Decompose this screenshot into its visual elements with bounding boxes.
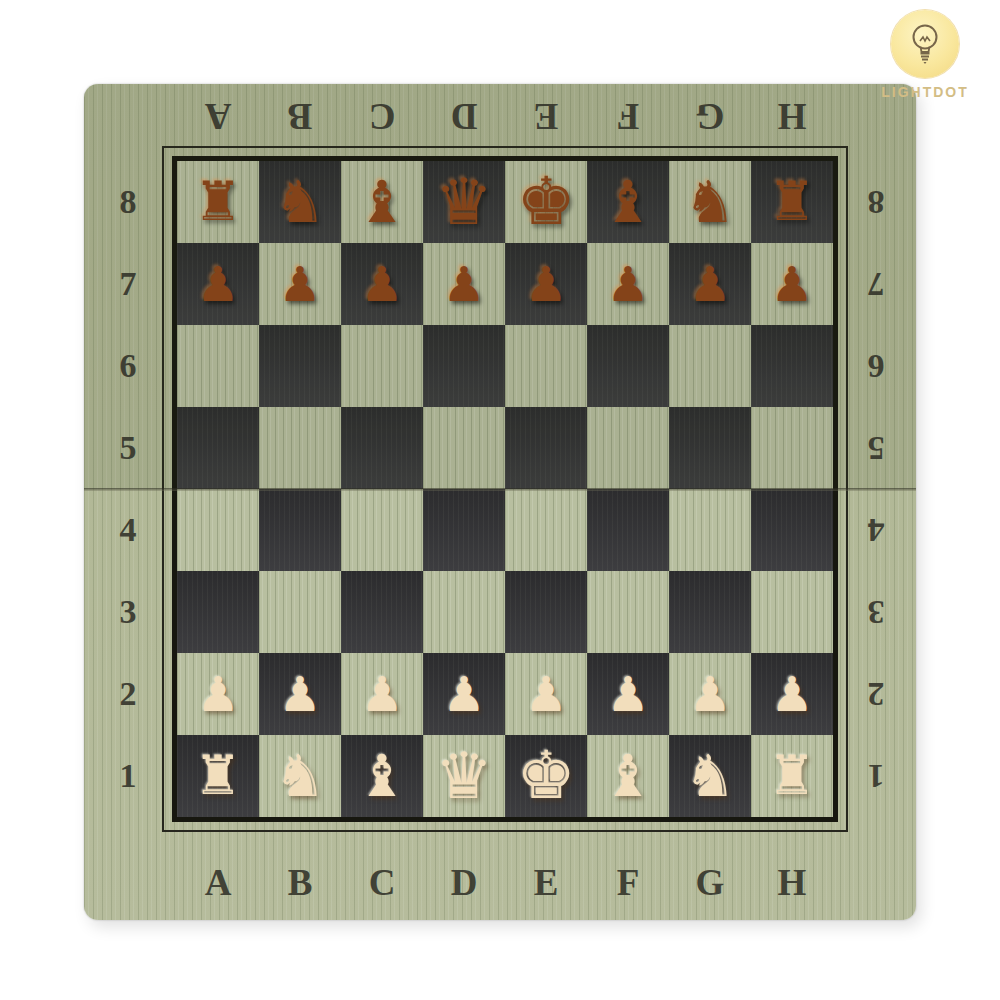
dark-pawn-d7[interactable]: ♟ — [442, 260, 485, 308]
file-label-bottom-e: E — [505, 856, 587, 908]
light-pawn-e2[interactable]: ♟ — [524, 670, 567, 718]
square-b1[interactable]: ♞ — [259, 735, 341, 817]
light-bishop-c1[interactable]: ♝ — [356, 747, 408, 805]
dark-pawn-c7[interactable]: ♟ — [360, 260, 403, 308]
square-h7[interactable]: ♟ — [751, 243, 833, 325]
square-c5[interactable] — [341, 407, 423, 489]
light-pawn-b2[interactable]: ♟ — [278, 670, 321, 718]
square-c3[interactable] — [341, 571, 423, 653]
square-f1[interactable]: ♝ — [587, 735, 669, 817]
dark-rook-a8[interactable]: ♜ — [194, 175, 242, 229]
square-d5[interactable] — [423, 407, 505, 489]
square-a4[interactable] — [177, 489, 259, 571]
rank-label-right-1: 1 — [854, 735, 898, 817]
light-king-e1[interactable]: ♚ — [516, 743, 575, 809]
dark-pawn-a7[interactable]: ♟ — [196, 260, 239, 308]
square-c7[interactable]: ♟ — [341, 243, 423, 325]
square-g6[interactable] — [669, 325, 751, 407]
light-bishop-f1[interactable]: ♝ — [602, 747, 654, 805]
square-h2[interactable]: ♟ — [751, 653, 833, 735]
light-bulb-icon — [891, 10, 959, 78]
square-f2[interactable]: ♟ — [587, 653, 669, 735]
dark-pawn-e7[interactable]: ♟ — [524, 260, 567, 308]
square-g4[interactable] — [669, 489, 751, 571]
square-d1[interactable]: ♛ — [423, 735, 505, 817]
rank-label-left-3: 3 — [106, 571, 150, 653]
dark-bishop-c8[interactable]: ♝ — [356, 173, 408, 231]
square-c4[interactable] — [341, 489, 423, 571]
light-rook-h1[interactable]: ♜ — [768, 749, 816, 803]
brand-name: LIGHTDOT — [860, 84, 990, 100]
dark-pawn-h7[interactable]: ♟ — [770, 260, 813, 308]
square-d8[interactable]: ♛ — [423, 161, 505, 243]
square-b4[interactable] — [259, 489, 341, 571]
dark-pawn-b7[interactable]: ♟ — [278, 260, 321, 308]
square-b6[interactable] — [259, 325, 341, 407]
square-f8[interactable]: ♝ — [587, 161, 669, 243]
light-rook-a1[interactable]: ♜ — [194, 749, 242, 803]
file-label-top-a: A — [177, 94, 259, 140]
dark-pawn-f7[interactable]: ♟ — [606, 260, 649, 308]
square-c1[interactable]: ♝ — [341, 735, 423, 817]
square-d3[interactable] — [423, 571, 505, 653]
file-label-bottom-h: H — [751, 856, 833, 908]
square-g5[interactable] — [669, 407, 751, 489]
square-d4[interactable] — [423, 489, 505, 571]
file-label-top-e: E — [505, 94, 587, 140]
square-f7[interactable]: ♟ — [587, 243, 669, 325]
file-label-bottom-g: G — [669, 856, 751, 908]
square-g8[interactable]: ♞ — [669, 161, 751, 243]
rank-label-left-1: 1 — [106, 735, 150, 817]
square-e6[interactable] — [505, 325, 587, 407]
square-e7[interactable]: ♟ — [505, 243, 587, 325]
square-a7[interactable]: ♟ — [177, 243, 259, 325]
square-e3[interactable] — [505, 571, 587, 653]
product-photo: LIGHTDOT ABCDEFGH 87654321 87654321 ABCD… — [0, 0, 1000, 1000]
square-c8[interactable]: ♝ — [341, 161, 423, 243]
square-b8[interactable]: ♞ — [259, 161, 341, 243]
square-h1[interactable]: ♜ — [751, 735, 833, 817]
light-pawn-c2[interactable]: ♟ — [360, 670, 403, 718]
square-d6[interactable] — [423, 325, 505, 407]
square-c2[interactable]: ♟ — [341, 653, 423, 735]
file-label-top-g: G — [669, 94, 751, 140]
rank-label-right-2: 2 — [854, 653, 898, 735]
file-label-top-c: C — [341, 94, 423, 140]
rank-label-left-2: 2 — [106, 653, 150, 735]
rank-label-right-6: 6 — [854, 325, 898, 407]
file-label-bottom-f: F — [587, 856, 669, 908]
light-pawn-f2[interactable]: ♟ — [606, 670, 649, 718]
square-a3[interactable] — [177, 571, 259, 653]
square-h3[interactable] — [751, 571, 833, 653]
rank-labels-right: 87654321 — [854, 161, 898, 817]
rank-label-right-7: 7 — [854, 243, 898, 325]
square-b7[interactable]: ♟ — [259, 243, 341, 325]
light-pawn-g2[interactable]: ♟ — [688, 670, 731, 718]
square-h6[interactable] — [751, 325, 833, 407]
square-f3[interactable] — [587, 571, 669, 653]
square-h4[interactable] — [751, 489, 833, 571]
square-g7[interactable]: ♟ — [669, 243, 751, 325]
square-e2[interactable]: ♟ — [505, 653, 587, 735]
rank-label-right-3: 3 — [854, 571, 898, 653]
square-b5[interactable] — [259, 407, 341, 489]
square-h5[interactable] — [751, 407, 833, 489]
square-g3[interactable] — [669, 571, 751, 653]
rank-label-left-4: 4 — [106, 489, 150, 571]
dark-bishop-f8[interactable]: ♝ — [602, 173, 654, 231]
light-queen-d1[interactable]: ♛ — [435, 744, 492, 808]
brand-logo: LIGHTDOT — [860, 8, 990, 100]
square-a2[interactable]: ♟ — [177, 653, 259, 735]
dark-rook-h8[interactable]: ♜ — [768, 175, 816, 229]
file-labels-bottom: ABCDEFGH — [177, 856, 833, 908]
square-e4[interactable] — [505, 489, 587, 571]
file-label-top-h: H — [751, 94, 833, 140]
rank-label-left-7: 7 — [106, 243, 150, 325]
file-label-bottom-d: D — [423, 856, 505, 908]
square-g1[interactable]: ♞ — [669, 735, 751, 817]
square-a8[interactable]: ♜ — [177, 161, 259, 243]
dark-pawn-g7[interactable]: ♟ — [688, 260, 731, 308]
fold-seam — [84, 488, 916, 491]
rank-label-right-8: 8 — [854, 161, 898, 243]
square-c6[interactable] — [341, 325, 423, 407]
dark-knight-g8[interactable]: ♞ — [684, 173, 736, 231]
file-labels-top: ABCDEFGH — [177, 94, 833, 140]
file-label-bottom-b: B — [259, 856, 341, 908]
file-label-top-b: B — [259, 94, 341, 140]
square-e5[interactable] — [505, 407, 587, 489]
file-label-top-d: D — [423, 94, 505, 140]
rank-label-left-5: 5 — [106, 407, 150, 489]
file-label-top-f: F — [587, 94, 669, 140]
rank-label-right-4: 4 — [854, 489, 898, 571]
light-knight-b1[interactable]: ♞ — [274, 747, 326, 805]
square-g2[interactable]: ♟ — [669, 653, 751, 735]
file-label-bottom-c: C — [341, 856, 423, 908]
square-f6[interactable] — [587, 325, 669, 407]
dark-queen-d8[interactable]: ♛ — [435, 170, 492, 234]
square-a6[interactable] — [177, 325, 259, 407]
dark-knight-b8[interactable]: ♞ — [274, 173, 326, 231]
dark-king-e8[interactable]: ♚ — [516, 169, 575, 235]
square-a5[interactable] — [177, 407, 259, 489]
light-knight-g1[interactable]: ♞ — [684, 747, 736, 805]
light-pawn-d2[interactable]: ♟ — [442, 670, 485, 718]
square-a1[interactable]: ♜ — [177, 735, 259, 817]
square-f5[interactable] — [587, 407, 669, 489]
rank-label-right-5: 5 — [854, 407, 898, 489]
square-d2[interactable]: ♟ — [423, 653, 505, 735]
rank-label-left-6: 6 — [106, 325, 150, 407]
square-b2[interactable]: ♟ — [259, 653, 341, 735]
square-e1[interactable]: ♚ — [505, 735, 587, 817]
file-label-bottom-a: A — [177, 856, 259, 908]
light-pawn-h2[interactable]: ♟ — [770, 670, 813, 718]
square-f4[interactable] — [587, 489, 669, 571]
rank-label-left-8: 8 — [106, 161, 150, 243]
light-pawn-a2[interactable]: ♟ — [196, 670, 239, 718]
square-e8[interactable]: ♚ — [505, 161, 587, 243]
square-b3[interactable] — [259, 571, 341, 653]
square-d7[interactable]: ♟ — [423, 243, 505, 325]
rank-labels-left: 87654321 — [106, 161, 150, 817]
chess-board: ABCDEFGH 87654321 87654321 ABCDEFGH ♜♞♝♛… — [84, 84, 916, 920]
square-h8[interactable]: ♜ — [751, 161, 833, 243]
